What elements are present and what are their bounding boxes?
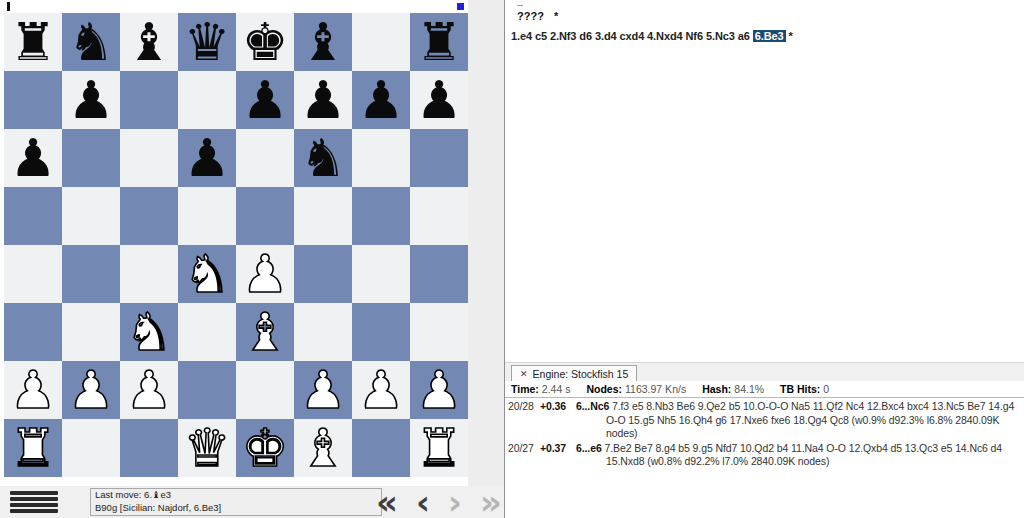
square-f6[interactable]: ♞ [294, 129, 352, 187]
engine-panel: ✕ Engine: Stockfish 15 Time:2.44 sNodes:… [505, 362, 1024, 518]
black-pawn[interactable]: ♟ [10, 129, 57, 187]
black-queen[interactable]: ♛ [184, 13, 231, 71]
engine-stats-row: Time:2.44 sNodes:1163.97 Kn/sHash:84.1%T… [505, 381, 1024, 398]
white-pawn[interactable]: ♟ [300, 361, 347, 419]
square-h1[interactable]: ♜ [410, 419, 468, 477]
last-move-text: Last move: 6.♝e3 [95, 489, 377, 502]
white-rook[interactable]: ♜ [416, 419, 463, 477]
square-d5[interactable] [178, 187, 236, 245]
white-knight[interactable]: ♞ [184, 245, 231, 303]
current-move[interactable]: 6.Be3 [753, 30, 786, 42]
white-pawn[interactable]: ♟ [358, 361, 405, 419]
best-move: 6...Nc6 [576, 400, 612, 412]
chess-gui-window: ♜♞♝♛♚♝♜♟♟♟♟♟♟♟♞♞♟♞♝♟♟♟♟♟♟♜♛♚♝♜ Last move… [0, 0, 1024, 518]
square-a8[interactable]: ♜ [4, 13, 62, 71]
result-star: * [554, 10, 558, 22]
menu-bar-icon [10, 503, 58, 507]
square-d4[interactable]: ♞ [178, 245, 236, 303]
square-c2[interactable]: ♟ [120, 361, 178, 419]
engine-analysis-lines: 20/28+0.366...Nc6 7.f3 e5 8.Nb3 Be6 9.Qe… [505, 397, 1024, 518]
square-h4[interactable] [410, 245, 468, 303]
square-f1[interactable]: ♝ [294, 419, 352, 477]
black-rook[interactable]: ♜ [10, 13, 57, 71]
square-h3[interactable] [410, 303, 468, 361]
square-e3[interactable]: ♝ [236, 303, 294, 361]
square-h7[interactable]: ♟ [410, 71, 468, 129]
square-g6[interactable] [352, 129, 410, 187]
black-bishop[interactable]: ♝ [126, 13, 173, 71]
square-d2[interactable] [178, 361, 236, 419]
square-c5[interactable] [120, 187, 178, 245]
blue-square-indicator [457, 3, 464, 10]
wdl-node-stats: (w0.8% d92.2% l7.0% 2840.09K nodes) [647, 455, 829, 467]
text-cursor-marker [7, 2, 10, 11]
white-pawn[interactable]: ♟ [68, 361, 115, 419]
square-b2[interactable]: ♟ [62, 361, 120, 419]
square-e1[interactable]: ♚ [236, 419, 294, 477]
black-pawn[interactable]: ♟ [242, 71, 289, 129]
square-a4[interactable] [4, 245, 62, 303]
square-d6[interactable]: ♟ [178, 129, 236, 187]
square-g2[interactable]: ♟ [352, 361, 410, 419]
game-tags-header: ????* [517, 10, 558, 22]
board-status-bar: Last move: 6.♝e3 B90g [Sicilian: Najdorf… [0, 486, 504, 518]
notation-pane: -- ????* 1.e4 c5 2.Nf3 d6 3.d4 cxd4 4.Nx… [504, 0, 1024, 518]
search-depth: 20/28 [508, 400, 540, 414]
square-d8[interactable]: ♛ [178, 13, 236, 71]
evaluation-score: +0.37 [540, 442, 576, 456]
square-a1[interactable]: ♜ [4, 419, 62, 477]
square-g1[interactable] [352, 419, 410, 477]
white-bishop[interactable]: ♝ [242, 303, 289, 361]
engine-stat-value: 0 [823, 383, 829, 395]
evaluation-score: +0.36 [540, 400, 576, 414]
analysis-line[interactable]: 20/27+0.376...e6 7.Be2 Be7 8.g4 b5 9.g5 … [508, 442, 1018, 469]
square-g5[interactable] [352, 187, 410, 245]
black-king[interactable]: ♚ [242, 13, 289, 71]
engine-stat: TB Hits:0 [780, 383, 829, 395]
engine-stat-label: Time: [511, 383, 539, 395]
menu-bar-icon [10, 491, 58, 495]
square-c1[interactable] [120, 419, 178, 477]
square-g4[interactable] [352, 245, 410, 303]
black-knight[interactable]: ♞ [68, 13, 115, 71]
square-f7[interactable]: ♟ [294, 71, 352, 129]
square-g3[interactable] [352, 303, 410, 361]
square-e2[interactable] [236, 361, 294, 419]
menu-bar-icon [10, 509, 58, 513]
go-back-button[interactable]: ‹ [416, 487, 430, 517]
square-c4[interactable] [120, 245, 178, 303]
square-e4[interactable]: ♟ [236, 245, 294, 303]
square-f8[interactable]: ♝ [294, 13, 352, 71]
square-b6[interactable] [62, 129, 120, 187]
moves-after-current: * [786, 30, 793, 42]
white-king[interactable]: ♚ [242, 419, 289, 477]
last-move-status-box: Last move: 6.♝e3 B90g [Sicilian: Najdorf… [90, 488, 382, 516]
square-d3[interactable] [178, 303, 236, 361]
black-pawn[interactable]: ♟ [184, 129, 231, 187]
square-e5[interactable] [236, 187, 294, 245]
square-a2[interactable]: ♟ [4, 361, 62, 419]
black-pawn[interactable]: ♟ [300, 71, 347, 129]
board-pane: ♜♞♝♛♚♝♜♟♟♟♟♟♟♟♞♞♟♞♝♟♟♟♟♟♟♜♛♚♝♜ Last move… [0, 0, 504, 518]
unknown-tags-text: ???? [517, 10, 544, 22]
engine-tab[interactable]: ✕ Engine: Stockfish 15 [511, 365, 637, 382]
menu-bar-icon [10, 497, 58, 501]
square-g8[interactable] [352, 13, 410, 71]
engine-tab-row: ✕ Engine: Stockfish 15 [505, 363, 1024, 382]
engine-stat-value: 1163.97 Kn/s [625, 383, 686, 395]
engine-tab-label: Engine: Stockfish 15 [533, 368, 629, 380]
engine-stat-value: 2.44 s [542, 383, 571, 395]
square-h5[interactable] [410, 187, 468, 245]
square-f4[interactable] [294, 245, 352, 303]
square-f5[interactable] [294, 187, 352, 245]
square-d7[interactable] [178, 71, 236, 129]
move-navigation: « ‹ › » [374, 486, 504, 518]
square-a5[interactable] [4, 187, 62, 245]
opening-name-text: B90g [Sicilian: Najdorf, 6.Be3] [95, 502, 377, 515]
square-b4[interactable] [62, 245, 120, 303]
white-pawn[interactable]: ♟ [416, 361, 463, 419]
square-b8[interactable]: ♞ [62, 13, 120, 71]
white-pawn[interactable]: ♟ [242, 245, 289, 303]
players-header: -- [517, 0, 523, 10]
best-move: 6...e6 [576, 442, 605, 454]
board-card: ♜♞♝♛♚♝♜♟♟♟♟♟♟♟♞♞♟♞♝♟♟♟♟♟♟♜♛♚♝♜ [0, 0, 468, 486]
square-b5[interactable] [62, 187, 120, 245]
square-e8[interactable]: ♚ [236, 13, 294, 71]
analysis-line[interactable]: 20/28+0.366...Nc6 7.f3 e5 8.Nb3 Be6 9.Qe… [508, 400, 1018, 441]
square-g7[interactable]: ♟ [352, 71, 410, 129]
black-pawn[interactable]: ♟ [68, 71, 115, 129]
go-end-button[interactable]: » [480, 487, 502, 517]
square-h2[interactable]: ♟ [410, 361, 468, 419]
square-a3[interactable] [4, 303, 62, 361]
square-a6[interactable]: ♟ [4, 129, 62, 187]
black-pawn[interactable]: ♟ [358, 71, 405, 129]
square-c7[interactable] [120, 71, 178, 129]
square-f2[interactable]: ♟ [294, 361, 352, 419]
white-bishop[interactable]: ♝ [300, 419, 347, 477]
white-knight[interactable]: ♞ [126, 303, 173, 361]
square-c3[interactable]: ♞ [120, 303, 178, 361]
black-knight[interactable]: ♞ [300, 129, 347, 187]
black-bishop[interactable]: ♝ [300, 13, 347, 71]
square-b3[interactable] [62, 303, 120, 361]
square-c6[interactable] [120, 129, 178, 187]
moves-before-current[interactable]: 1.e4 c5 2.Nf3 d6 3.d4 cxd4 4.Nxd4 Nf6 5.… [511, 30, 753, 42]
square-b1[interactable] [62, 419, 120, 477]
square-f3[interactable] [294, 303, 352, 361]
white-rook[interactable]: ♜ [10, 419, 57, 477]
square-h6[interactable] [410, 129, 468, 187]
chess-board[interactable]: ♜♞♝♛♚♝♜♟♟♟♟♟♟♟♞♞♟♞♝♟♟♟♟♟♟♜♛♚♝♜ [4, 13, 468, 477]
search-depth: 20/27 [508, 442, 540, 456]
engine-stat: Time:2.44 s [511, 383, 570, 395]
move-list[interactable]: 1.e4 c5 2.Nf3 d6 3.d4 cxd4 4.Nxd4 Nf6 5.… [511, 29, 1020, 43]
engine-stat-value: 84.1% [734, 383, 764, 395]
engine-stat-label: TB Hits: [780, 383, 820, 395]
close-icon[interactable]: ✕ [520, 369, 528, 379]
engine-stat-label: Hash: [702, 383, 731, 395]
square-c8[interactable]: ♝ [120, 13, 178, 71]
square-e7[interactable]: ♟ [236, 71, 294, 129]
black-pawn[interactable]: ♟ [416, 71, 463, 129]
board-menu-button[interactable] [10, 491, 58, 513]
black-rook[interactable]: ♜ [416, 13, 463, 71]
engine-stat: Hash:84.1% [702, 383, 764, 395]
square-a7[interactable] [4, 71, 62, 129]
engine-stat: Nodes:1163.97 Kn/s [586, 383, 686, 395]
square-h8[interactable]: ♜ [410, 13, 468, 71]
white-pawn[interactable]: ♟ [10, 361, 57, 419]
square-e6[interactable] [236, 129, 294, 187]
go-forward-button[interactable]: › [448, 487, 462, 517]
go-start-button[interactable]: « [376, 487, 398, 517]
square-b7[interactable]: ♟ [62, 71, 120, 129]
engine-stat-label: Nodes: [586, 383, 622, 395]
square-d1[interactable]: ♛ [178, 419, 236, 477]
white-queen[interactable]: ♛ [184, 419, 231, 477]
white-pawn[interactable]: ♟ [126, 361, 173, 419]
